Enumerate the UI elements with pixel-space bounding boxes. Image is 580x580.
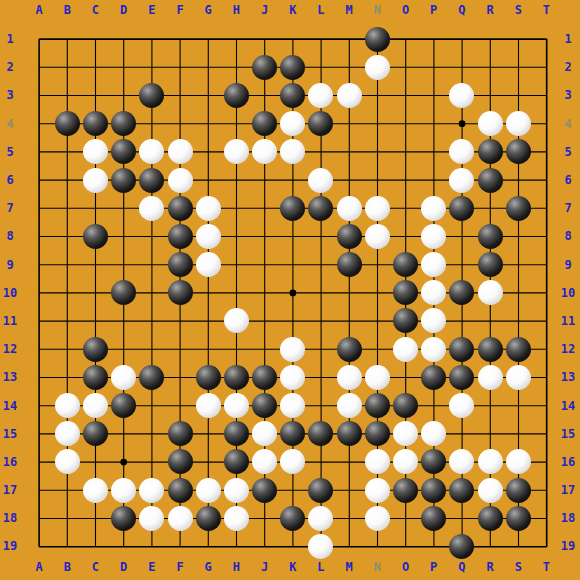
intersection-K11[interactable] (279, 307, 307, 335)
intersection-A14[interactable] (25, 391, 53, 419)
intersection-T10[interactable] (532, 279, 560, 307)
intersection-F7[interactable] (166, 194, 194, 222)
intersection-T1[interactable] (532, 25, 560, 53)
intersection-F17[interactable] (166, 476, 194, 504)
intersection-K16[interactable] (279, 448, 307, 476)
intersection-K8[interactable] (279, 222, 307, 250)
intersection-O18[interactable] (391, 504, 419, 532)
intersection-N9[interactable] (363, 251, 391, 279)
intersection-M15[interactable] (335, 420, 363, 448)
intersection-P12[interactable] (420, 335, 448, 363)
intersection-J18[interactable] (251, 504, 279, 532)
intersection-T2[interactable] (532, 53, 560, 81)
intersection-N5[interactable] (363, 138, 391, 166)
intersection-Q11[interactable] (448, 307, 476, 335)
intersection-Q18[interactable] (448, 504, 476, 532)
intersection-D11[interactable] (110, 307, 138, 335)
intersection-B2[interactable] (53, 53, 81, 81)
intersection-C16[interactable] (81, 448, 109, 476)
intersection-O8[interactable] (391, 222, 419, 250)
intersection-S10[interactable] (504, 279, 532, 307)
intersection-M17[interactable] (335, 476, 363, 504)
intersection-R5[interactable] (476, 138, 504, 166)
intersection-A13[interactable] (25, 363, 53, 391)
intersection-J13[interactable] (251, 363, 279, 391)
intersection-H9[interactable] (222, 251, 250, 279)
intersection-K7[interactable] (279, 194, 307, 222)
intersection-A16[interactable] (25, 448, 53, 476)
intersection-T5[interactable] (532, 138, 560, 166)
intersection-L16[interactable] (307, 448, 335, 476)
intersection-K5[interactable] (279, 138, 307, 166)
intersection-J9[interactable] (251, 251, 279, 279)
intersection-N1[interactable] (363, 25, 391, 53)
intersection-A6[interactable] (25, 166, 53, 194)
intersection-T19[interactable] (532, 532, 560, 560)
intersection-N4[interactable] (363, 110, 391, 138)
intersection-E2[interactable] (138, 53, 166, 81)
intersection-A15[interactable] (25, 420, 53, 448)
intersection-C10[interactable] (81, 279, 109, 307)
intersection-O13[interactable] (391, 363, 419, 391)
intersection-F14[interactable] (166, 391, 194, 419)
intersection-D19[interactable] (110, 532, 138, 560)
intersection-R19[interactable] (476, 532, 504, 560)
intersection-O14[interactable] (391, 391, 419, 419)
intersection-L6[interactable] (307, 166, 335, 194)
intersection-F9[interactable] (166, 251, 194, 279)
intersection-K17[interactable] (279, 476, 307, 504)
intersection-C4[interactable] (81, 110, 109, 138)
intersection-K4[interactable] (279, 110, 307, 138)
intersection-L7[interactable] (307, 194, 335, 222)
intersection-B3[interactable] (53, 81, 81, 109)
intersection-A17[interactable] (25, 476, 53, 504)
intersection-F4[interactable] (166, 110, 194, 138)
intersection-C12[interactable] (81, 335, 109, 363)
intersection-D12[interactable] (110, 335, 138, 363)
intersection-T18[interactable] (532, 504, 560, 532)
intersection-M10[interactable] (335, 279, 363, 307)
intersection-S5[interactable] (504, 138, 532, 166)
intersection-T4[interactable] (532, 110, 560, 138)
intersection-T12[interactable] (532, 335, 560, 363)
intersection-G3[interactable] (194, 81, 222, 109)
intersection-S18[interactable] (504, 504, 532, 532)
intersection-Q6[interactable] (448, 166, 476, 194)
intersection-K10[interactable] (279, 279, 307, 307)
intersection-F11[interactable] (166, 307, 194, 335)
intersection-L17[interactable] (307, 476, 335, 504)
intersection-D16[interactable] (110, 448, 138, 476)
intersection-J17[interactable] (251, 476, 279, 504)
intersection-N14[interactable] (363, 391, 391, 419)
intersection-C13[interactable] (81, 363, 109, 391)
intersection-A10[interactable] (25, 279, 53, 307)
intersection-L18[interactable] (307, 504, 335, 532)
intersection-H14[interactable] (222, 391, 250, 419)
intersection-N6[interactable] (363, 166, 391, 194)
intersection-B10[interactable] (53, 279, 81, 307)
intersection-G16[interactable] (194, 448, 222, 476)
intersection-H4[interactable] (222, 110, 250, 138)
intersection-A18[interactable] (25, 504, 53, 532)
intersection-M5[interactable] (335, 138, 363, 166)
intersection-O17[interactable] (391, 476, 419, 504)
intersection-M9[interactable] (335, 251, 363, 279)
intersection-T8[interactable] (532, 222, 560, 250)
intersection-F1[interactable] (166, 25, 194, 53)
intersection-T6[interactable] (532, 166, 560, 194)
intersection-G9[interactable] (194, 251, 222, 279)
intersection-G14[interactable] (194, 391, 222, 419)
intersection-G15[interactable] (194, 420, 222, 448)
intersection-F3[interactable] (166, 81, 194, 109)
intersection-G4[interactable] (194, 110, 222, 138)
intersection-S14[interactable] (504, 391, 532, 419)
intersection-P16[interactable] (420, 448, 448, 476)
intersection-O6[interactable] (391, 166, 419, 194)
intersection-K9[interactable] (279, 251, 307, 279)
intersection-H8[interactable] (222, 222, 250, 250)
intersection-M8[interactable] (335, 222, 363, 250)
intersection-P19[interactable] (420, 532, 448, 560)
intersection-L3[interactable] (307, 81, 335, 109)
intersection-O10[interactable] (391, 279, 419, 307)
intersection-M14[interactable] (335, 391, 363, 419)
intersection-L5[interactable] (307, 138, 335, 166)
intersection-G13[interactable] (194, 363, 222, 391)
intersection-M16[interactable] (335, 448, 363, 476)
intersection-J8[interactable] (251, 222, 279, 250)
intersection-P17[interactable] (420, 476, 448, 504)
intersection-B1[interactable] (53, 25, 81, 53)
intersection-M4[interactable] (335, 110, 363, 138)
intersection-P15[interactable] (420, 420, 448, 448)
intersection-H16[interactable] (222, 448, 250, 476)
intersection-J6[interactable] (251, 166, 279, 194)
intersection-O12[interactable] (391, 335, 419, 363)
intersection-L10[interactable] (307, 279, 335, 307)
intersection-P6[interactable] (420, 166, 448, 194)
intersection-H2[interactable] (222, 53, 250, 81)
intersection-E13[interactable] (138, 363, 166, 391)
intersection-N18[interactable] (363, 504, 391, 532)
intersection-O7[interactable] (391, 194, 419, 222)
intersection-Q16[interactable] (448, 448, 476, 476)
intersection-S7[interactable] (504, 194, 532, 222)
intersection-C11[interactable] (81, 307, 109, 335)
intersection-O3[interactable] (391, 81, 419, 109)
intersection-E12[interactable] (138, 335, 166, 363)
intersection-L4[interactable] (307, 110, 335, 138)
intersection-P5[interactable] (420, 138, 448, 166)
intersection-H10[interactable] (222, 279, 250, 307)
intersection-G2[interactable] (194, 53, 222, 81)
intersection-S13[interactable] (504, 363, 532, 391)
intersection-N2[interactable] (363, 53, 391, 81)
intersection-F5[interactable] (166, 138, 194, 166)
intersection-B11[interactable] (53, 307, 81, 335)
intersection-T17[interactable] (532, 476, 560, 504)
intersection-A11[interactable] (25, 307, 53, 335)
intersection-Q7[interactable] (448, 194, 476, 222)
intersection-J19[interactable] (251, 532, 279, 560)
intersection-L15[interactable] (307, 420, 335, 448)
intersection-E9[interactable] (138, 251, 166, 279)
intersection-G7[interactable] (194, 194, 222, 222)
intersection-R1[interactable] (476, 25, 504, 53)
intersection-K15[interactable] (279, 420, 307, 448)
intersection-A2[interactable] (25, 53, 53, 81)
intersection-L14[interactable] (307, 391, 335, 419)
intersection-M11[interactable] (335, 307, 363, 335)
intersection-F10[interactable] (166, 279, 194, 307)
intersection-B19[interactable] (53, 532, 81, 560)
intersection-S9[interactable] (504, 251, 532, 279)
intersection-L11[interactable] (307, 307, 335, 335)
intersection-P7[interactable] (420, 194, 448, 222)
intersection-A7[interactable] (25, 194, 53, 222)
intersection-A9[interactable] (25, 251, 53, 279)
intersection-S17[interactable] (504, 476, 532, 504)
intersection-G1[interactable] (194, 25, 222, 53)
intersection-S6[interactable] (504, 166, 532, 194)
intersection-M6[interactable] (335, 166, 363, 194)
intersection-Q1[interactable] (448, 25, 476, 53)
intersection-D2[interactable] (110, 53, 138, 81)
intersection-N8[interactable] (363, 222, 391, 250)
intersection-J10[interactable] (251, 279, 279, 307)
intersection-O19[interactable] (391, 532, 419, 560)
intersection-N17[interactable] (363, 476, 391, 504)
intersection-A5[interactable] (25, 138, 53, 166)
intersection-B6[interactable] (53, 166, 81, 194)
intersection-O2[interactable] (391, 53, 419, 81)
intersection-R2[interactable] (476, 53, 504, 81)
intersection-H17[interactable] (222, 476, 250, 504)
intersection-C15[interactable] (81, 420, 109, 448)
intersection-H19[interactable] (222, 532, 250, 560)
intersection-K6[interactable] (279, 166, 307, 194)
intersection-P2[interactable] (420, 53, 448, 81)
intersection-D3[interactable] (110, 81, 138, 109)
intersection-E17[interactable] (138, 476, 166, 504)
intersection-E16[interactable] (138, 448, 166, 476)
intersection-N15[interactable] (363, 420, 391, 448)
intersection-P13[interactable] (420, 363, 448, 391)
intersection-Q12[interactable] (448, 335, 476, 363)
intersection-D1[interactable] (110, 25, 138, 53)
intersection-E5[interactable] (138, 138, 166, 166)
intersection-H12[interactable] (222, 335, 250, 363)
intersection-L8[interactable] (307, 222, 335, 250)
intersection-P8[interactable] (420, 222, 448, 250)
intersection-A8[interactable] (25, 222, 53, 250)
intersection-R3[interactable] (476, 81, 504, 109)
intersection-O9[interactable] (391, 251, 419, 279)
intersection-D7[interactable] (110, 194, 138, 222)
intersection-T14[interactable] (532, 391, 560, 419)
intersection-A12[interactable] (25, 335, 53, 363)
intersection-C8[interactable] (81, 222, 109, 250)
intersection-S11[interactable] (504, 307, 532, 335)
intersection-O1[interactable] (391, 25, 419, 53)
intersection-P11[interactable] (420, 307, 448, 335)
intersection-G18[interactable] (194, 504, 222, 532)
intersection-D10[interactable] (110, 279, 138, 307)
intersection-K13[interactable] (279, 363, 307, 391)
intersection-E3[interactable] (138, 81, 166, 109)
intersection-C1[interactable] (81, 25, 109, 53)
intersection-K18[interactable] (279, 504, 307, 532)
intersection-N13[interactable] (363, 363, 391, 391)
intersection-C5[interactable] (81, 138, 109, 166)
intersection-F16[interactable] (166, 448, 194, 476)
intersection-E10[interactable] (138, 279, 166, 307)
intersection-R9[interactable] (476, 251, 504, 279)
intersection-C9[interactable] (81, 251, 109, 279)
intersection-A19[interactable] (25, 532, 53, 560)
intersection-B8[interactable] (53, 222, 81, 250)
intersection-M2[interactable] (335, 53, 363, 81)
intersection-F19[interactable] (166, 532, 194, 560)
intersection-J14[interactable] (251, 391, 279, 419)
intersection-E7[interactable] (138, 194, 166, 222)
intersection-P10[interactable] (420, 279, 448, 307)
intersection-R16[interactable] (476, 448, 504, 476)
intersection-M19[interactable] (335, 532, 363, 560)
intersection-R17[interactable] (476, 476, 504, 504)
intersection-C19[interactable] (81, 532, 109, 560)
intersection-S12[interactable] (504, 335, 532, 363)
intersection-Q9[interactable] (448, 251, 476, 279)
intersection-Q17[interactable] (448, 476, 476, 504)
intersection-G6[interactable] (194, 166, 222, 194)
intersection-H3[interactable] (222, 81, 250, 109)
intersection-H11[interactable] (222, 307, 250, 335)
intersection-F12[interactable] (166, 335, 194, 363)
intersection-R12[interactable] (476, 335, 504, 363)
intersection-Q5[interactable] (448, 138, 476, 166)
intersection-R4[interactable] (476, 110, 504, 138)
intersection-H13[interactable] (222, 363, 250, 391)
intersection-J15[interactable] (251, 420, 279, 448)
intersection-P1[interactable] (420, 25, 448, 53)
intersection-D17[interactable] (110, 476, 138, 504)
intersection-Q10[interactable] (448, 279, 476, 307)
intersection-J3[interactable] (251, 81, 279, 109)
intersection-A1[interactable] (25, 25, 53, 53)
intersection-Q14[interactable] (448, 391, 476, 419)
intersection-T13[interactable] (532, 363, 560, 391)
intersection-N11[interactable] (363, 307, 391, 335)
intersection-T9[interactable] (532, 251, 560, 279)
intersection-O15[interactable] (391, 420, 419, 448)
intersection-E11[interactable] (138, 307, 166, 335)
intersection-E6[interactable] (138, 166, 166, 194)
intersection-G5[interactable] (194, 138, 222, 166)
intersection-J7[interactable] (251, 194, 279, 222)
intersection-H15[interactable] (222, 420, 250, 448)
intersection-R6[interactable] (476, 166, 504, 194)
intersection-C18[interactable] (81, 504, 109, 532)
intersection-L9[interactable] (307, 251, 335, 279)
intersection-N3[interactable] (363, 81, 391, 109)
intersection-B17[interactable] (53, 476, 81, 504)
intersection-G19[interactable] (194, 532, 222, 560)
intersection-D18[interactable] (110, 504, 138, 532)
intersection-N12[interactable] (363, 335, 391, 363)
intersection-S16[interactable] (504, 448, 532, 476)
intersection-J11[interactable] (251, 307, 279, 335)
intersection-P14[interactable] (420, 391, 448, 419)
intersection-R10[interactable] (476, 279, 504, 307)
intersection-M12[interactable] (335, 335, 363, 363)
intersection-Q8[interactable] (448, 222, 476, 250)
intersection-D8[interactable] (110, 222, 138, 250)
intersection-D15[interactable] (110, 420, 138, 448)
intersection-S4[interactable] (504, 110, 532, 138)
intersection-Q13[interactable] (448, 363, 476, 391)
intersection-C7[interactable] (81, 194, 109, 222)
intersection-D4[interactable] (110, 110, 138, 138)
intersection-E19[interactable] (138, 532, 166, 560)
intersection-O11[interactable] (391, 307, 419, 335)
intersection-C6[interactable] (81, 166, 109, 194)
intersection-E1[interactable] (138, 25, 166, 53)
intersection-B18[interactable] (53, 504, 81, 532)
intersection-N10[interactable] (363, 279, 391, 307)
intersection-Q19[interactable] (448, 532, 476, 560)
intersection-B15[interactable] (53, 420, 81, 448)
intersection-M3[interactable] (335, 81, 363, 109)
intersection-H5[interactable] (222, 138, 250, 166)
intersection-Q4[interactable] (448, 110, 476, 138)
intersection-S19[interactable] (504, 532, 532, 560)
intersection-M18[interactable] (335, 504, 363, 532)
intersection-B7[interactable] (53, 194, 81, 222)
intersection-K3[interactable] (279, 81, 307, 109)
intersection-J5[interactable] (251, 138, 279, 166)
intersection-F13[interactable] (166, 363, 194, 391)
intersection-F2[interactable] (166, 53, 194, 81)
intersection-D6[interactable] (110, 166, 138, 194)
intersection-S1[interactable] (504, 25, 532, 53)
intersection-H7[interactable] (222, 194, 250, 222)
intersection-C14[interactable] (81, 391, 109, 419)
intersection-C17[interactable] (81, 476, 109, 504)
intersection-Q3[interactable] (448, 81, 476, 109)
intersection-B16[interactable] (53, 448, 81, 476)
intersection-G10[interactable] (194, 279, 222, 307)
intersection-P18[interactable] (420, 504, 448, 532)
intersection-B5[interactable] (53, 138, 81, 166)
intersection-K1[interactable] (279, 25, 307, 53)
intersection-J1[interactable] (251, 25, 279, 53)
intersection-J16[interactable] (251, 448, 279, 476)
intersection-T16[interactable] (532, 448, 560, 476)
intersection-L13[interactable] (307, 363, 335, 391)
intersection-E14[interactable] (138, 391, 166, 419)
intersection-E15[interactable] (138, 420, 166, 448)
intersection-E8[interactable] (138, 222, 166, 250)
intersection-Q2[interactable] (448, 53, 476, 81)
intersection-S15[interactable] (504, 420, 532, 448)
intersection-D13[interactable] (110, 363, 138, 391)
intersection-T7[interactable] (532, 194, 560, 222)
intersection-B4[interactable] (53, 110, 81, 138)
